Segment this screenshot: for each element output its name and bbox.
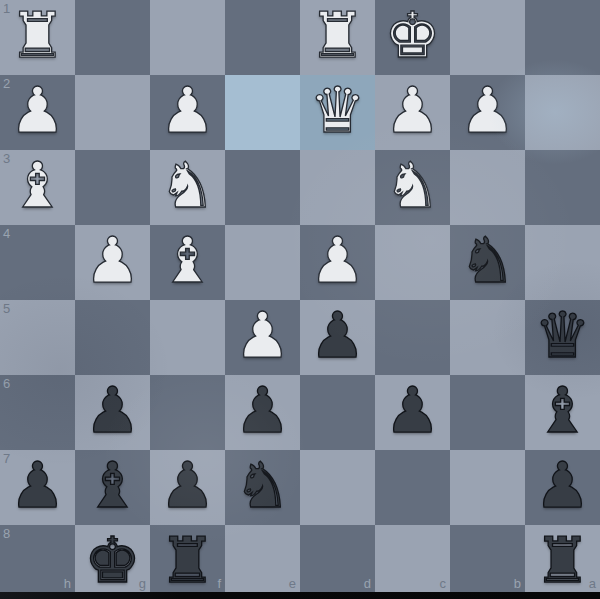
- square-f7[interactable]: ♟: [150, 450, 225, 525]
- square-d4[interactable]: ♟: [300, 225, 375, 300]
- rank-label-6: 6: [3, 376, 10, 391]
- square-e6[interactable]: ♟: [225, 375, 300, 450]
- square-a4[interactable]: [525, 225, 600, 300]
- file-label-h: h: [64, 576, 71, 591]
- square-e5[interactable]: ♟: [225, 300, 300, 375]
- square-a8[interactable]: a♜: [525, 525, 600, 599]
- square-a5[interactable]: ♛: [525, 300, 600, 375]
- square-c2[interactable]: ♟: [375, 75, 450, 150]
- square-b1[interactable]: [450, 0, 525, 75]
- square-e4[interactable]: [225, 225, 300, 300]
- square-h7[interactable]: 7♟: [0, 450, 75, 525]
- white-bishop[interactable]: ♝: [0, 150, 75, 225]
- file-label-d: d: [364, 576, 371, 591]
- white-pawn[interactable]: ♟: [225, 300, 300, 375]
- square-c1[interactable]: ♚: [375, 0, 450, 75]
- square-h2[interactable]: 2♟: [0, 75, 75, 150]
- square-h5[interactable]: 5: [0, 300, 75, 375]
- square-g8[interactable]: g♚: [75, 525, 150, 599]
- square-g6[interactable]: ♟: [75, 375, 150, 450]
- white-pawn[interactable]: ♟: [375, 75, 450, 150]
- black-knight[interactable]: ♞: [450, 225, 525, 300]
- white-pawn[interactable]: ♟: [300, 225, 375, 300]
- black-pawn[interactable]: ♟: [75, 375, 150, 450]
- chess-board: 1♜♜♚2♟♟♛♟♟3♝♞♞4♟♝♟♞5♟♟♛6♟♟♟♝7♟♝♟♞♟8hg♚f♜…: [0, 0, 600, 599]
- square-f8[interactable]: f♜: [150, 525, 225, 599]
- square-c7[interactable]: [375, 450, 450, 525]
- square-d2[interactable]: ♛: [300, 75, 375, 150]
- square-e8[interactable]: e: [225, 525, 300, 599]
- file-label-e: e: [289, 576, 296, 591]
- white-king[interactable]: ♚: [375, 0, 450, 75]
- square-b4[interactable]: ♞: [450, 225, 525, 300]
- square-g7[interactable]: ♝: [75, 450, 150, 525]
- square-a7[interactable]: ♟: [525, 450, 600, 525]
- square-b3[interactable]: [450, 150, 525, 225]
- square-c4[interactable]: [375, 225, 450, 300]
- square-g2[interactable]: [75, 75, 150, 150]
- black-pawn[interactable]: ♟: [225, 375, 300, 450]
- black-king[interactable]: ♚: [75, 525, 150, 599]
- white-pawn[interactable]: ♟: [150, 75, 225, 150]
- white-pawn[interactable]: ♟: [450, 75, 525, 150]
- square-d3[interactable]: [300, 150, 375, 225]
- square-b2[interactable]: ♟: [450, 75, 525, 150]
- white-rook[interactable]: ♜: [0, 0, 75, 75]
- black-rook[interactable]: ♜: [150, 525, 225, 599]
- square-d1[interactable]: ♜: [300, 0, 375, 75]
- square-c5[interactable]: [375, 300, 450, 375]
- square-c6[interactable]: ♟: [375, 375, 450, 450]
- black-pawn[interactable]: ♟: [150, 450, 225, 525]
- white-pawn[interactable]: ♟: [0, 75, 75, 150]
- square-e3[interactable]: [225, 150, 300, 225]
- square-g5[interactable]: [75, 300, 150, 375]
- square-b5[interactable]: [450, 300, 525, 375]
- square-h6[interactable]: 6: [0, 375, 75, 450]
- white-pawn[interactable]: ♟: [75, 225, 150, 300]
- square-f2[interactable]: ♟: [150, 75, 225, 150]
- square-h8[interactable]: 8h: [0, 525, 75, 599]
- square-d7[interactable]: [300, 450, 375, 525]
- square-d8[interactable]: d: [300, 525, 375, 599]
- square-g1[interactable]: [75, 0, 150, 75]
- white-rook[interactable]: ♜: [300, 0, 375, 75]
- square-e7[interactable]: ♞: [225, 450, 300, 525]
- square-g3[interactable]: [75, 150, 150, 225]
- black-pawn[interactable]: ♟: [525, 450, 600, 525]
- square-h4[interactable]: 4: [0, 225, 75, 300]
- white-bishop[interactable]: ♝: [150, 225, 225, 300]
- square-a2[interactable]: [525, 75, 600, 150]
- black-pawn[interactable]: ♟: [375, 375, 450, 450]
- square-d5[interactable]: ♟: [300, 300, 375, 375]
- square-f1[interactable]: [150, 0, 225, 75]
- rank-label-8: 8: [3, 526, 10, 541]
- file-label-b: b: [514, 576, 521, 591]
- black-pawn[interactable]: ♟: [0, 450, 75, 525]
- square-h1[interactable]: 1♜: [0, 0, 75, 75]
- square-f5[interactable]: [150, 300, 225, 375]
- square-e1[interactable]: [225, 0, 300, 75]
- square-b7[interactable]: [450, 450, 525, 525]
- black-pawn[interactable]: ♟: [300, 300, 375, 375]
- black-queen[interactable]: ♛: [525, 300, 600, 375]
- square-a6[interactable]: ♝: [525, 375, 600, 450]
- white-queen[interactable]: ♛: [300, 75, 375, 150]
- rank-label-5: 5: [3, 301, 10, 316]
- square-b8[interactable]: b: [450, 525, 525, 599]
- black-knight[interactable]: ♞: [225, 450, 300, 525]
- square-c3[interactable]: ♞: [375, 150, 450, 225]
- square-a3[interactable]: [525, 150, 600, 225]
- board-grid: 1♜♜♚2♟♟♛♟♟3♝♞♞4♟♝♟♞5♟♟♛6♟♟♟♝7♟♝♟♞♟8hg♚f♜…: [0, 0, 600, 599]
- white-knight[interactable]: ♞: [375, 150, 450, 225]
- white-knight[interactable]: ♞: [150, 150, 225, 225]
- file-label-c: c: [440, 576, 447, 591]
- square-g4[interactable]: ♟: [75, 225, 150, 300]
- square-d6[interactable]: [300, 375, 375, 450]
- rank-label-4: 4: [3, 226, 10, 241]
- square-f6[interactable]: [150, 375, 225, 450]
- black-bishop[interactable]: ♝: [525, 375, 600, 450]
- square-a1[interactable]: [525, 0, 600, 75]
- black-bishop[interactable]: ♝: [75, 450, 150, 525]
- square-f4[interactable]: ♝: [150, 225, 225, 300]
- black-rook[interactable]: ♜: [525, 525, 600, 599]
- square-h3[interactable]: 3♝: [0, 150, 75, 225]
- square-c8[interactable]: c: [375, 525, 450, 599]
- bottom-edge-strip: [0, 592, 600, 599]
- square-e2[interactable]: [225, 75, 300, 150]
- square-b6[interactable]: [450, 375, 525, 450]
- square-f3[interactable]: ♞: [150, 150, 225, 225]
